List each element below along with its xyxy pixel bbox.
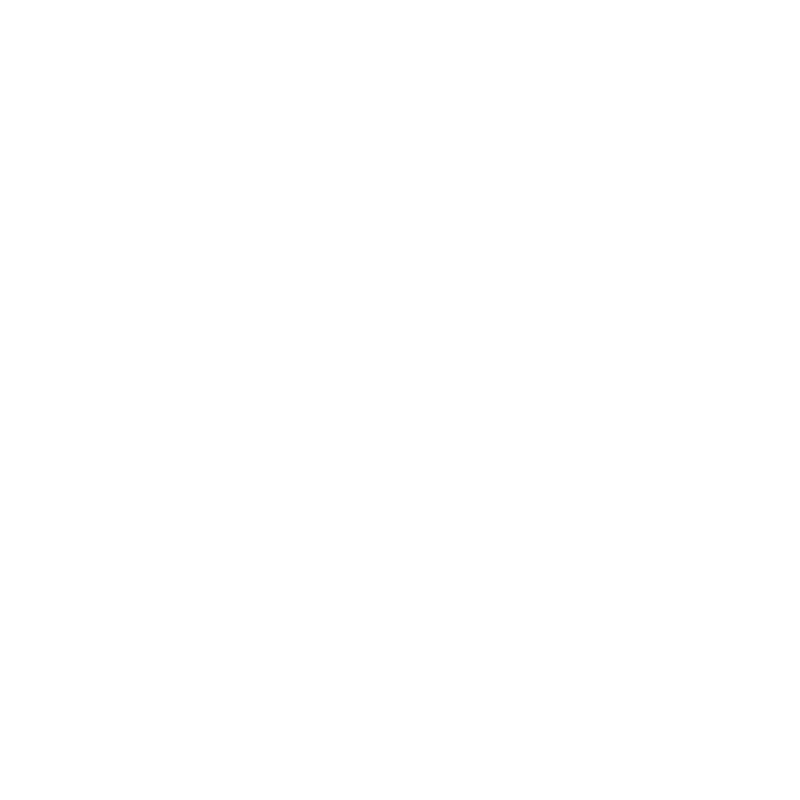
chinese-checkers-scene: [0, 0, 800, 800]
board-svg: [0, 0, 800, 800]
